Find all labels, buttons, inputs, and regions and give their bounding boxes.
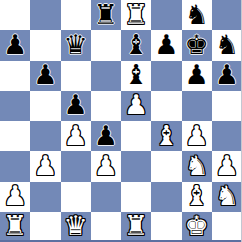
square-c2[interactable] [61,182,91,212]
square-a1[interactable]: ♜ [0,212,30,242]
white-pawn[interactable]: ♟ [64,122,88,149]
white-queen[interactable]: ♛ [64,212,88,239]
square-h1[interactable] [212,212,242,242]
square-e5[interactable]: ♟ [121,91,151,121]
black-pawn[interactable]: ♟ [185,61,209,88]
square-b5[interactable] [30,91,60,121]
square-d1[interactable] [91,212,121,242]
white-pawn[interactable]: ♟ [124,91,148,118]
square-e7[interactable]: ♝ [121,30,151,60]
square-b6[interactable]: ♟ [30,61,60,91]
black-knight[interactable]: ♞ [215,31,239,58]
square-b8[interactable] [30,0,60,30]
square-a6[interactable] [0,61,30,91]
square-f5[interactable] [151,91,181,121]
square-c6[interactable] [61,61,91,91]
square-c7[interactable]: ♛ [61,30,91,60]
square-g3[interactable]: ♞ [182,151,212,181]
square-h8[interactable] [212,0,242,30]
black-knight[interactable]: ♞ [185,1,209,28]
square-a4[interactable] [0,121,30,151]
square-g7[interactable]: ♚ [182,30,212,60]
black-bishop[interactable]: ♝ [124,61,148,88]
chess-board-wrapper: ♜♜♞♟♛♝♟♚♞♟♝♟♟♟♟♟♟♝♟♟♟♞♟♟♝♞♜♛♜♚ [0,0,242,242]
white-rook[interactable]: ♜ [3,212,27,239]
square-d5[interactable] [91,91,121,121]
square-e6[interactable]: ♝ [121,61,151,91]
white-rook[interactable]: ♜ [124,212,148,239]
board-right-edge [241,0,242,242]
white-knight[interactable]: ♞ [185,152,209,179]
white-rook[interactable]: ♜ [124,1,148,28]
white-pawn[interactable]: ♟ [3,182,27,209]
square-e2[interactable] [121,182,151,212]
white-bishop[interactable]: ♝ [154,122,178,149]
square-g6[interactable]: ♟ [182,61,212,91]
square-c5[interactable]: ♟ [61,91,91,121]
square-a2[interactable]: ♟ [0,182,30,212]
square-f3[interactable] [151,151,181,181]
black-bishop[interactable]: ♝ [124,31,148,58]
square-g2[interactable]: ♝ [182,182,212,212]
square-a3[interactable] [0,151,30,181]
square-h7[interactable]: ♞ [212,30,242,60]
black-pawn[interactable]: ♟ [33,61,57,88]
square-h3[interactable]: ♟ [212,151,242,181]
square-a5[interactable] [0,91,30,121]
square-g4[interactable]: ♟ [182,121,212,151]
black-pawn[interactable]: ♟ [215,61,239,88]
white-pawn[interactable]: ♟ [185,122,209,149]
square-g5[interactable] [182,91,212,121]
black-pawn[interactable]: ♟ [64,91,88,118]
black-queen[interactable]: ♛ [64,31,88,58]
square-d7[interactable] [91,30,121,60]
black-pawn[interactable]: ♟ [94,122,118,149]
white-bishop[interactable]: ♝ [185,182,209,209]
square-c1[interactable]: ♛ [61,212,91,242]
square-f2[interactable] [151,182,181,212]
square-d4[interactable]: ♟ [91,121,121,151]
square-a7[interactable]: ♟ [0,30,30,60]
square-e8[interactable]: ♜ [121,0,151,30]
square-g8[interactable]: ♞ [182,0,212,30]
black-rook[interactable]: ♜ [94,1,118,28]
square-h2[interactable]: ♞ [212,182,242,212]
square-b3[interactable]: ♟ [30,151,60,181]
square-b4[interactable] [30,121,60,151]
square-g1[interactable]: ♚ [182,212,212,242]
square-f8[interactable] [151,0,181,30]
square-c4[interactable]: ♟ [61,121,91,151]
square-h5[interactable] [212,91,242,121]
square-d8[interactable]: ♜ [91,0,121,30]
square-f4[interactable]: ♝ [151,121,181,151]
square-e3[interactable] [121,151,151,181]
square-c3[interactable] [61,151,91,181]
white-pawn[interactable]: ♟ [33,152,57,179]
white-king[interactable]: ♚ [185,212,209,239]
square-h6[interactable]: ♟ [212,61,242,91]
square-a8[interactable] [0,0,30,30]
square-f6[interactable] [151,61,181,91]
square-f7[interactable]: ♟ [151,30,181,60]
black-pawn[interactable]: ♟ [3,31,27,58]
square-e1[interactable]: ♜ [121,212,151,242]
white-pawn[interactable]: ♟ [215,152,239,179]
square-e4[interactable] [121,121,151,151]
white-knight[interactable]: ♞ [215,182,239,209]
square-f1[interactable] [151,212,181,242]
square-b7[interactable] [30,30,60,60]
square-d6[interactable] [91,61,121,91]
square-c8[interactable] [61,0,91,30]
white-pawn[interactable]: ♟ [94,152,118,179]
square-b1[interactable] [30,212,60,242]
square-b2[interactable] [30,182,60,212]
square-d3[interactable]: ♟ [91,151,121,181]
black-pawn[interactable]: ♟ [154,31,178,58]
square-h4[interactable] [212,121,242,151]
square-d2[interactable] [91,182,121,212]
chess-board: ♜♜♞♟♛♝♟♚♞♟♝♟♟♟♟♟♟♝♟♟♟♞♟♟♝♞♜♛♜♚ [0,0,242,242]
black-king[interactable]: ♚ [185,31,209,58]
